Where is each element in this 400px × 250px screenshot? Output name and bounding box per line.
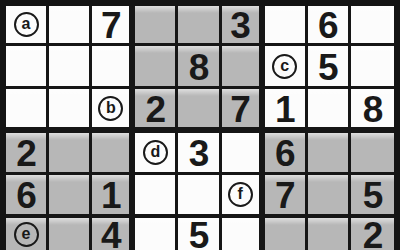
cell-r3c8[interactable] <box>308 89 351 133</box>
given-digit: 5 <box>318 49 338 86</box>
cell-r3c4[interactable]: 2 <box>135 89 178 133</box>
given-digit: 1 <box>275 91 295 128</box>
cell-r2c4[interactable] <box>135 46 178 89</box>
cell-r4c8[interactable] <box>308 133 351 175</box>
cell-r2c6[interactable] <box>222 46 265 89</box>
cell-r4c9[interactable] <box>351 133 394 175</box>
given-digit: 6 <box>16 177 36 214</box>
cell-r5c2[interactable] <box>49 175 92 218</box>
cell-r6c3[interactable]: 4 <box>92 218 135 250</box>
cell-r2c1[interactable] <box>6 46 49 89</box>
cell-r6c8[interactable] <box>308 218 351 250</box>
cell-r2c5[interactable]: 8 <box>178 46 221 89</box>
cell-r1c3[interactable]: 7 <box>92 6 135 46</box>
cell-r4c6[interactable] <box>222 133 265 175</box>
cell-r4c3[interactable] <box>92 133 135 175</box>
cell-r6c6[interactable] <box>222 218 265 250</box>
cell-r6c1[interactable]: e <box>6 218 49 250</box>
cell-r2c7[interactable]: c <box>265 46 308 89</box>
given-digit: 1 <box>101 177 121 214</box>
sudoku-board: a7368c5b27182d3661f75e452 <box>0 0 400 250</box>
cell-r1c5[interactable] <box>178 6 221 46</box>
cell-r3c7[interactable]: 1 <box>265 89 308 133</box>
given-digit: 8 <box>363 91 383 128</box>
cell-r1c1[interactable]: a <box>6 6 49 46</box>
cell-r5c4[interactable] <box>135 175 178 218</box>
cell-r3c2[interactable] <box>49 89 92 133</box>
cell-r2c3[interactable] <box>92 46 135 89</box>
cell-r3c1[interactable] <box>6 89 49 133</box>
cell-r2c9[interactable] <box>351 46 394 89</box>
cell-r4c1[interactable]: 2 <box>6 133 49 175</box>
cell-r5c5[interactable] <box>178 175 221 218</box>
cell-r5c1[interactable]: 6 <box>6 175 49 218</box>
given-digit: 2 <box>16 135 36 172</box>
given-digit: 2 <box>363 218 383 250</box>
cell-r4c2[interactable] <box>49 133 92 175</box>
cell-r2c2[interactable] <box>49 46 92 89</box>
given-digit: 7 <box>101 7 121 44</box>
given-digit: 7 <box>275 177 295 214</box>
circled-letter-f: f <box>228 182 253 207</box>
given-digit: 6 <box>275 135 295 172</box>
cell-r5c9[interactable]: 5 <box>351 175 394 218</box>
cell-r1c8[interactable]: 6 <box>308 6 351 46</box>
given-digit: 3 <box>189 135 209 172</box>
cell-r1c7[interactable] <box>265 6 308 46</box>
sudoku-photo: a7368c5b27182d3661f75e452 <box>0 0 400 250</box>
cell-r4c5[interactable]: 3 <box>178 133 221 175</box>
cell-r5c3[interactable]: 1 <box>92 175 135 218</box>
given-digit: 5 <box>189 218 209 250</box>
cell-r6c4[interactable] <box>135 218 178 250</box>
cell-r3c6[interactable]: 7 <box>222 89 265 133</box>
circled-letter-b: b <box>98 96 123 121</box>
cell-r4c4[interactable]: d <box>135 133 178 175</box>
given-digit: 8 <box>189 49 209 86</box>
cell-r6c5[interactable]: 5 <box>178 218 221 250</box>
cell-r3c3[interactable]: b <box>92 89 135 133</box>
given-digit: 6 <box>318 7 338 44</box>
cell-r6c2[interactable] <box>49 218 92 250</box>
cell-r3c9[interactable]: 8 <box>351 89 394 133</box>
given-digit: 3 <box>230 7 250 44</box>
cell-r5c6[interactable]: f <box>222 175 265 218</box>
circled-letter-c: c <box>272 54 297 79</box>
cell-r1c4[interactable] <box>135 6 178 46</box>
given-digit: 4 <box>101 218 121 250</box>
cell-r1c9[interactable] <box>351 6 394 46</box>
circled-letter-a: a <box>14 12 39 37</box>
cell-r6c7[interactable] <box>265 218 308 250</box>
circled-letter-e: e <box>14 222 39 247</box>
cell-r1c6[interactable]: 3 <box>222 6 265 46</box>
given-digit: 2 <box>146 91 166 128</box>
given-digit: 5 <box>363 177 383 214</box>
cell-r5c7[interactable]: 7 <box>265 175 308 218</box>
circled-letter-d: d <box>143 140 168 165</box>
cell-r1c2[interactable] <box>49 6 92 46</box>
cell-r5c8[interactable] <box>308 175 351 218</box>
cell-r6c9[interactable]: 2 <box>351 218 394 250</box>
cell-r2c8[interactable]: 5 <box>308 46 351 89</box>
given-digit: 7 <box>230 91 250 128</box>
cell-r3c5[interactable] <box>178 89 221 133</box>
cell-r4c7[interactable]: 6 <box>265 133 308 175</box>
